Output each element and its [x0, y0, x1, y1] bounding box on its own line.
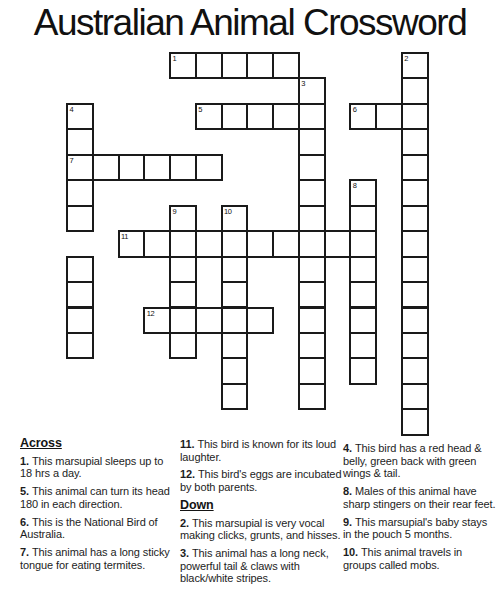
across-clues-column: Across 1.This marsupial sleeps up to 18 …: [20, 437, 173, 576]
grid-cell[interactable]: [272, 230, 300, 257]
grid-cell[interactable]: [221, 103, 249, 130]
clue-text: This animal travels in groups called mob…: [343, 546, 462, 571]
grid-cell[interactable]: [221, 357, 249, 384]
grid-cell[interactable]: [298, 179, 326, 206]
grid-cell[interactable]: 8: [349, 179, 377, 206]
grid-cell[interactable]: [401, 179, 429, 206]
grid-cell[interactable]: 7: [66, 154, 94, 181]
cell-number-label: 11: [121, 232, 128, 241]
grid-cell[interactable]: 10: [221, 205, 249, 232]
grid-cell[interactable]: [246, 52, 274, 79]
grid-cell[interactable]: [195, 52, 223, 79]
grid-cell[interactable]: [298, 230, 326, 257]
clue-text: Males of this animal have sharp stingers…: [343, 485, 496, 510]
middle-clues-column: 11.This bird is known for its loud laugh…: [180, 438, 342, 590]
grid-cell[interactable]: 12: [143, 307, 171, 334]
grid-cell[interactable]: [375, 103, 403, 130]
clue-text: This bird is known for its loud laughter…: [180, 438, 336, 463]
grid-cell[interactable]: [195, 230, 223, 257]
grid-cell[interactable]: [169, 256, 197, 283]
clue-number: 9.: [343, 516, 352, 528]
grid-cell[interactable]: [401, 154, 429, 181]
clue-across-5: 5.This animal can turn its head 180 in e…: [20, 485, 173, 510]
grid-cell[interactable]: [92, 154, 120, 181]
grid-cell[interactable]: [169, 307, 197, 334]
grid-cell[interactable]: [401, 128, 429, 155]
grid-cell[interactable]: [401, 230, 429, 257]
crossword-grid: 123456789101112: [66, 52, 429, 436]
grid-cell[interactable]: [246, 307, 274, 334]
cell-number-label: 6: [353, 105, 357, 114]
grid-cell[interactable]: [66, 256, 94, 283]
grid-cell[interactable]: [401, 103, 429, 130]
grid-cell[interactable]: [298, 307, 326, 334]
clue-number: 10.: [343, 546, 358, 558]
grid-cell[interactable]: [66, 128, 94, 155]
grid-cell[interactable]: [169, 281, 197, 308]
grid-cell[interactable]: [349, 281, 377, 308]
grid-cell[interactable]: 11: [118, 230, 146, 257]
grid-cell[interactable]: [298, 281, 326, 308]
grid-cell[interactable]: [349, 307, 377, 334]
grid-cell[interactable]: [66, 307, 94, 334]
grid-cell[interactable]: [221, 52, 249, 79]
grid-cell[interactable]: [169, 154, 197, 181]
grid-cell[interactable]: [298, 357, 326, 384]
right-clues-column: 4.This bird has a red head & belly, gree…: [343, 442, 498, 576]
grid-cell[interactable]: 2: [401, 52, 429, 79]
grid-cell[interactable]: [169, 230, 197, 257]
grid-cell[interactable]: [66, 205, 94, 232]
clue-down-8: 8.Males of this animal have sharp stinge…: [343, 485, 498, 510]
grid-cell[interactable]: 3: [298, 77, 326, 104]
cell-number-label: 3: [301, 79, 305, 88]
grid-cell[interactable]: [221, 256, 249, 283]
clue-across-7: 7.This animal has a long sticky tongue f…: [20, 546, 173, 571]
grid-cell[interactable]: [66, 332, 94, 359]
clue-down-2: 2.This marsupial is very vocal making cl…: [180, 517, 342, 542]
clue-text: This marsupial sleeps up to 18 hrs a day…: [20, 455, 163, 480]
grid-cell[interactable]: [221, 281, 249, 308]
grid-cell[interactable]: [298, 256, 326, 283]
clue-down-3: 3.This animal has a long neck, powerful …: [180, 547, 342, 585]
grid-cell[interactable]: [169, 332, 197, 359]
grid-cell[interactable]: [66, 281, 94, 308]
grid-cell[interactable]: [298, 103, 326, 130]
grid-cell[interactable]: [298, 128, 326, 155]
grid-cell[interactable]: [349, 256, 377, 283]
grid-cell[interactable]: [272, 52, 300, 79]
grid-cell[interactable]: [143, 230, 171, 257]
grid-cell[interactable]: [401, 307, 429, 334]
clue-text: This animal can turn its head 180 in eac…: [20, 485, 170, 510]
grid-cell[interactable]: [401, 408, 429, 435]
grid-cell[interactable]: [298, 332, 326, 359]
grid-cell[interactable]: [118, 154, 146, 181]
clue-text: This bird has a red head & belly, green …: [343, 442, 481, 479]
clue-text: This bird's eggs are incubated by both p…: [180, 468, 341, 493]
clue-across-11: 11.This bird is known for its loud laugh…: [180, 438, 342, 463]
grid-cell[interactable]: 9: [169, 205, 197, 232]
clue-across-6: 6.This is the National Bird of Australia…: [20, 516, 173, 541]
down-header: Down: [180, 499, 342, 512]
grid-cell[interactable]: [298, 383, 326, 410]
clue-text: This marsupial's baby stays in the pouch…: [343, 516, 487, 541]
clue-text: This animal has a long sticky tongue for…: [20, 546, 170, 571]
grid-cell[interactable]: [272, 103, 300, 130]
grid-cell[interactable]: [221, 230, 249, 257]
clue-text: This marsupial is very vocal making clic…: [180, 517, 340, 542]
clue-number: 12.: [180, 468, 195, 480]
grid-cell[interactable]: [221, 383, 249, 410]
grid-cell[interactable]: [401, 205, 429, 232]
clue-number: 1.: [20, 455, 29, 467]
clue-text: This is the National Bird of Australia.: [20, 516, 158, 541]
grid-cell[interactable]: [324, 230, 352, 257]
cell-number-label: 8: [353, 181, 357, 190]
grid-cell[interactable]: [195, 154, 223, 181]
grid-cell[interactable]: 6: [349, 103, 377, 130]
clue-number: 4.: [343, 442, 352, 454]
crossword-page: Australian Animal Crossword 123456789101…: [0, 0, 500, 608]
clue-down-4: 4.This bird has a red head & belly, gree…: [343, 442, 498, 480]
grid-cell[interactable]: [195, 307, 223, 334]
grid-cell[interactable]: [401, 332, 429, 359]
clue-number: 6.: [20, 516, 29, 528]
page-title: Australian Animal Crossword: [0, 2, 500, 44]
grid-cell[interactable]: [66, 179, 94, 206]
grid-cell[interactable]: [401, 77, 429, 104]
grid-cell[interactable]: [349, 332, 377, 359]
grid-cell[interactable]: [401, 281, 429, 308]
grid-cell[interactable]: [143, 154, 171, 181]
clue-number: 11.: [180, 438, 194, 450]
clue-number: 3.: [180, 547, 189, 559]
grid-cell[interactable]: [401, 256, 429, 283]
clue-down-10: 10.This animal travels in groups called …: [343, 546, 498, 571]
across-header: Across: [20, 437, 173, 450]
grid-cell[interactable]: [246, 103, 274, 130]
grid-cell[interactable]: [221, 307, 249, 334]
grid-cell[interactable]: 4: [66, 103, 94, 130]
cell-number-label: 2: [404, 54, 408, 63]
cell-number-label: 9: [173, 207, 177, 216]
grid-cell[interactable]: [246, 230, 274, 257]
clue-number: 8.: [343, 485, 352, 497]
clue-number: 7.: [20, 546, 29, 558]
clue-number: 5.: [20, 485, 29, 497]
grid-cell[interactable]: [298, 154, 326, 181]
cell-number-label: 5: [198, 105, 202, 114]
clue-down-9: 9.This marsupial's baby stays in the pou…: [343, 516, 498, 541]
cell-number-label: 12: [147, 309, 155, 318]
clue-across-12: 12.This bird's eggs are incubated by bot…: [180, 468, 342, 493]
grid-cell[interactable]: [221, 332, 249, 359]
grid-cell[interactable]: 5: [195, 103, 223, 130]
grid-cell[interactable]: [349, 230, 377, 257]
grid-cell[interactable]: [298, 205, 326, 232]
cell-number-label: 7: [70, 156, 74, 165]
grid-cell[interactable]: [401, 357, 429, 384]
cell-number-label: 1: [173, 54, 177, 63]
clue-number: 2.: [180, 517, 189, 529]
grid-cell[interactable]: [349, 357, 377, 384]
cell-number-label: 10: [224, 207, 232, 216]
grid-cell[interactable]: 1: [169, 52, 197, 79]
clue-across-1: 1.This marsupial sleeps up to 18 hrs a d…: [20, 455, 173, 480]
grid-cell[interactable]: [349, 205, 377, 232]
grid-cell[interactable]: [401, 383, 429, 410]
cell-number-label: 4: [70, 105, 74, 114]
clue-text: This animal has a long neck, powerful ta…: [180, 547, 329, 584]
